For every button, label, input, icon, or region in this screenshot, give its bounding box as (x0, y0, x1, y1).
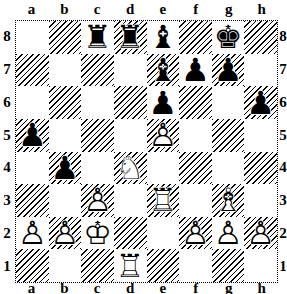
square-d5[interactable] (114, 119, 147, 152)
piece-glyph: ♙ (212, 217, 245, 250)
square-f6[interactable] (179, 86, 212, 119)
square-d7[interactable] (114, 54, 147, 87)
rank-labels-right: 87654321 (279, 20, 287, 283)
square-g1[interactable] (212, 249, 245, 282)
rank-labels-left: 87654321 (0, 20, 14, 283)
rank-label-right-8: 8 (279, 20, 287, 53)
file-label-bottom-g: g (212, 282, 245, 294)
square-a1[interactable] (16, 249, 49, 282)
piece-glyph: ♟ (49, 152, 82, 185)
square-e7[interactable]: ♝ (147, 54, 180, 87)
square-h3[interactable] (244, 184, 277, 217)
square-a7[interactable] (16, 54, 49, 87)
piece-glyph: ♙ (244, 217, 277, 250)
square-g7[interactable]: ♟ (212, 54, 245, 87)
square-a6[interactable] (16, 86, 49, 119)
piece-glyph: ♟ (147, 86, 180, 119)
file-label-bottom-d: d (114, 282, 147, 294)
rank-label-left-3: 3 (0, 184, 14, 217)
square-h2[interactable]: ♟♙ (244, 217, 277, 250)
rank-label-left-8: 8 (0, 20, 14, 53)
piece-white-pawn: ♟♙ (147, 119, 180, 152)
piece-white-pawn: ♟♙ (244, 217, 277, 250)
square-b3[interactable] (49, 184, 82, 217)
square-b6[interactable] (49, 86, 82, 119)
file-label-bottom-f: f (179, 282, 212, 294)
rank-label-right-2: 2 (279, 217, 287, 250)
piece-glyph: ♗ (212, 184, 245, 217)
square-b5[interactable] (49, 119, 82, 152)
piece-black-rook: ♜ (114, 21, 147, 54)
square-c1[interactable] (81, 249, 114, 282)
rank-label-right-3: 3 (279, 184, 287, 217)
piece-glyph: ♟ (244, 86, 277, 119)
square-c7[interactable] (81, 54, 114, 87)
file-label-top-e: e (147, 0, 180, 20)
file-labels-top: abcdefgh (15, 0, 278, 20)
rank-label-right-7: 7 (279, 53, 287, 86)
square-g3[interactable]: ♝♗ (212, 184, 245, 217)
piece-glyph: ♚ (212, 21, 245, 54)
piece-white-pawn: ♟♙ (179, 217, 212, 250)
square-f7[interactable]: ♟ (179, 54, 212, 87)
piece-black-bishop: ♝ (147, 21, 180, 54)
square-c6[interactable] (81, 86, 114, 119)
square-f4[interactable] (179, 152, 212, 185)
piece-glyph: ♘ (114, 152, 147, 185)
square-b4[interactable]: ♟ (49, 152, 82, 185)
square-g5[interactable] (212, 119, 245, 152)
piece-glyph: ♝ (147, 21, 180, 54)
square-d6[interactable] (114, 86, 147, 119)
piece-glyph: ♖ (147, 184, 180, 217)
piece-white-bishop: ♝♗ (212, 184, 245, 217)
square-g6[interactable] (212, 86, 245, 119)
file-label-bottom-e: e (147, 282, 180, 294)
chess-diagram: abcdefgh 87654321 87654321 ♜♜♝♚♝♟♟♟♟♟♟♙♟… (0, 0, 287, 294)
square-c5[interactable] (81, 119, 114, 152)
piece-glyph: ♙ (179, 217, 212, 250)
rank-label-right-1: 1 (279, 250, 287, 283)
square-d4[interactable]: ♞♘ (114, 152, 147, 185)
square-d2[interactable] (114, 217, 147, 250)
piece-glyph: ♙ (81, 184, 114, 217)
square-g8[interactable]: ♚ (212, 21, 245, 54)
square-a8[interactable] (16, 21, 49, 54)
rank-label-left-1: 1 (0, 250, 14, 283)
square-f8[interactable] (179, 21, 212, 54)
square-f5[interactable] (179, 119, 212, 152)
square-g2[interactable]: ♟♙ (212, 217, 245, 250)
square-a2[interactable]: ♟♙ (16, 217, 49, 250)
piece-black-king: ♚ (212, 21, 245, 54)
piece-white-rook: ♜♖ (114, 249, 147, 282)
piece-black-pawn: ♟ (49, 152, 82, 185)
file-label-bottom-c: c (81, 282, 114, 294)
square-e1[interactable] (147, 249, 180, 282)
square-c2[interactable]: ♚♔ (81, 217, 114, 250)
rank-label-left-2: 2 (0, 217, 14, 250)
file-label-top-d: d (114, 0, 147, 20)
piece-glyph: ♖ (114, 249, 147, 282)
rank-label-left-5: 5 (0, 119, 14, 152)
rank-label-left-6: 6 (0, 86, 14, 119)
file-label-bottom-a: a (15, 282, 48, 294)
rank-label-right-6: 6 (279, 86, 287, 119)
square-h8[interactable] (244, 21, 277, 54)
piece-black-pawn: ♟ (16, 119, 49, 152)
piece-white-pawn: ♟♙ (16, 217, 49, 250)
square-e4[interactable] (147, 152, 180, 185)
file-labels-bottom: abcdefgh (15, 282, 278, 294)
file-label-top-a: a (15, 0, 48, 20)
square-h7[interactable] (244, 54, 277, 87)
piece-glyph: ♜ (114, 21, 147, 54)
file-label-top-c: c (81, 0, 114, 20)
piece-glyph: ♙ (147, 119, 180, 152)
square-f3[interactable] (179, 184, 212, 217)
piece-glyph: ♟ (212, 54, 245, 87)
square-h1[interactable] (244, 249, 277, 282)
rank-label-right-4: 4 (279, 152, 287, 185)
piece-glyph: ♜ (81, 21, 114, 54)
square-a4[interactable] (16, 152, 49, 185)
piece-black-bishop: ♝ (147, 54, 180, 87)
square-c8[interactable]: ♜ (81, 21, 114, 54)
square-b2[interactable]: ♟♙ (49, 217, 82, 250)
piece-black-pawn: ♟ (147, 86, 180, 119)
square-d1[interactable]: ♜♖ (114, 249, 147, 282)
square-d8[interactable]: ♜ (114, 21, 147, 54)
rank-label-right-5: 5 (279, 119, 287, 152)
file-label-top-b: b (48, 0, 81, 20)
piece-glyph: ♔ (81, 217, 114, 250)
square-f1[interactable] (179, 249, 212, 282)
chess-board: ♜♜♝♚♝♟♟♟♟♟♟♙♟♞♘♟♙♜♖♝♗♟♙♟♙♚♔♟♙♟♙♟♙♜♖ (15, 20, 278, 283)
piece-glyph: ♟ (179, 54, 212, 87)
square-b7[interactable] (49, 54, 82, 87)
rank-label-left-7: 7 (0, 53, 14, 86)
piece-glyph: ♙ (49, 217, 82, 250)
piece-white-pawn: ♟♙ (212, 217, 245, 250)
piece-white-pawn: ♟♙ (49, 217, 82, 250)
file-label-bottom-h: h (245, 282, 278, 294)
square-b1[interactable] (49, 249, 82, 282)
file-label-top-g: g (212, 0, 245, 20)
square-h6[interactable]: ♟ (244, 86, 277, 119)
square-d3[interactable] (114, 184, 147, 217)
square-f2[interactable]: ♟♙ (179, 217, 212, 250)
piece-glyph: ♙ (16, 217, 49, 250)
piece-white-knight: ♞♘ (114, 152, 147, 185)
piece-black-pawn: ♟ (212, 54, 245, 87)
piece-glyph: ♟ (16, 119, 49, 152)
piece-white-king: ♚♔ (81, 217, 114, 250)
square-e5[interactable]: ♟♙ (147, 119, 180, 152)
file-label-bottom-b: b (48, 282, 81, 294)
square-g4[interactable] (212, 152, 245, 185)
square-c3[interactable]: ♟♙ (81, 184, 114, 217)
piece-black-pawn: ♟ (179, 54, 212, 87)
piece-glyph: ♝ (147, 54, 180, 87)
piece-white-rook: ♜♖ (147, 184, 180, 217)
square-b8[interactable] (49, 21, 82, 54)
square-e6[interactable]: ♟ (147, 86, 180, 119)
square-e3[interactable]: ♜♖ (147, 184, 180, 217)
piece-black-pawn: ♟ (244, 86, 277, 119)
square-h4[interactable] (244, 152, 277, 185)
square-e8[interactable]: ♝ (147, 21, 180, 54)
rank-label-left-4: 4 (0, 152, 14, 185)
piece-white-pawn: ♟♙ (81, 184, 114, 217)
square-e2[interactable] (147, 217, 180, 250)
square-h5[interactable] (244, 119, 277, 152)
file-label-top-f: f (179, 0, 212, 20)
piece-black-rook: ♜ (81, 21, 114, 54)
square-a5[interactable]: ♟ (16, 119, 49, 152)
file-label-top-h: h (245, 0, 278, 20)
square-a3[interactable] (16, 184, 49, 217)
square-c4[interactable] (81, 152, 114, 185)
